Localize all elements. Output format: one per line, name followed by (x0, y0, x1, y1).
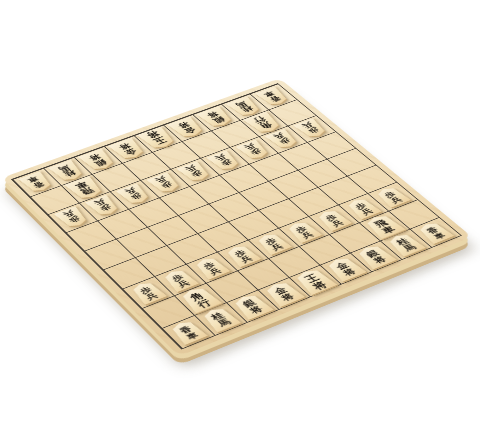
board-grid: 香車桂馬銀将金将玉将金将銀将桂馬香車飛車角行歩兵歩兵歩兵歩兵歩兵歩兵歩兵歩兵歩兵… (11, 83, 462, 349)
photo-background: 香車桂馬銀将金将玉将金将銀将桂馬香車飛車角行歩兵歩兵歩兵歩兵歩兵歩兵歩兵歩兵歩兵… (0, 0, 480, 427)
shogi-board: 香車桂馬銀将金将玉将金将銀将桂馬香車飛車角行歩兵歩兵歩兵歩兵歩兵歩兵歩兵歩兵歩兵… (1, 78, 471, 356)
